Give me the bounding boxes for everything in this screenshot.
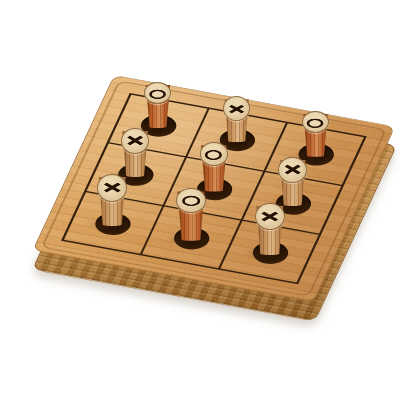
- o-mark-icon: ○: [149, 87, 166, 98]
- pegs-layer: ○×○×○××○×: [0, 0, 400, 400]
- x-mark-icon: ×: [227, 103, 246, 116]
- peg-x-r3c3[interactable]: ×: [255, 203, 285, 255]
- peg-x-r3c1[interactable]: ×: [97, 174, 127, 226]
- o-mark-icon: ○: [307, 116, 324, 127]
- o-mark-icon: ○: [181, 194, 200, 206]
- x-mark-icon: ×: [283, 163, 303, 176]
- peg-x-r2c1[interactable]: ×: [121, 128, 150, 177]
- peg-o-r3c2[interactable]: ○: [176, 188, 206, 240]
- peg-x-r1c2[interactable]: ×: [223, 96, 250, 142]
- x-mark-icon: ×: [125, 134, 145, 147]
- peg-o-r1c1[interactable]: ○: [144, 82, 171, 128]
- x-mark-icon: ×: [259, 210, 281, 224]
- peg-o-r1c3[interactable]: ○: [302, 111, 329, 157]
- peg-o-r2c2[interactable]: ○: [200, 142, 229, 191]
- product-photo: ○×○×○××○×: [0, 0, 400, 400]
- peg-top-face: ×: [97, 174, 127, 202]
- peg-top-face: ×: [255, 203, 285, 231]
- peg-top-face: ○: [200, 142, 229, 165]
- peg-top-face: ○: [302, 111, 329, 133]
- x-mark-icon: ×: [102, 181, 124, 195]
- peg-top-face: ○: [176, 188, 206, 212]
- peg-top-face: ×: [278, 157, 307, 183]
- peg-x-r2c3[interactable]: ×: [278, 157, 307, 206]
- o-mark-icon: ○: [205, 148, 223, 160]
